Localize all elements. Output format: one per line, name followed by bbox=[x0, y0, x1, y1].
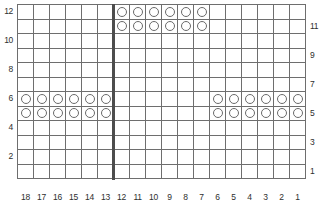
yarn-over-circle-icon bbox=[53, 108, 63, 118]
cell-row6-st7[interactable] bbox=[194, 92, 209, 106]
cell-row1-st15[interactable] bbox=[66, 165, 81, 179]
cell-row10-st15[interactable] bbox=[66, 34, 81, 48]
cell-row6-st12[interactable] bbox=[114, 92, 129, 106]
cell-row12-st8[interactable] bbox=[178, 5, 193, 19]
cell-row1-st12[interactable] bbox=[114, 165, 129, 179]
cell-row5-st5[interactable] bbox=[226, 107, 241, 121]
cell-row2-st17[interactable] bbox=[34, 150, 49, 164]
cell-row4-st15[interactable] bbox=[66, 121, 81, 135]
cell-row2-st7[interactable] bbox=[194, 150, 209, 164]
row-label-11: 11 bbox=[310, 21, 321, 31]
cell-row10-st2[interactable] bbox=[274, 34, 289, 48]
cell-row8-st8[interactable] bbox=[178, 63, 193, 77]
cell-row12-st10[interactable] bbox=[146, 5, 161, 19]
cell-row10-st18[interactable] bbox=[18, 34, 33, 48]
yarn-over-circle-icon bbox=[117, 7, 127, 17]
yarn-over-circle-icon bbox=[213, 94, 223, 104]
stitch-label-9: 9 bbox=[162, 192, 178, 202]
cell-row9-st18[interactable] bbox=[18, 49, 33, 63]
cell-row5-st11[interactable] bbox=[130, 107, 145, 121]
cell-row11-st6[interactable] bbox=[210, 20, 225, 34]
cell-row10-st16[interactable] bbox=[50, 34, 65, 48]
cell-row3-st6[interactable] bbox=[210, 136, 225, 150]
cell-row10-st3[interactable] bbox=[258, 34, 273, 48]
yarn-over-circle-icon bbox=[85, 108, 95, 118]
yarn-over-circle-icon bbox=[277, 94, 287, 104]
cell-row2-st5[interactable] bbox=[226, 150, 241, 164]
cell-row7-st1[interactable] bbox=[290, 78, 305, 92]
cell-row7-st7[interactable] bbox=[194, 78, 209, 92]
cell-row7-st2[interactable] bbox=[274, 78, 289, 92]
cell-row10-st10[interactable] bbox=[146, 34, 161, 48]
cell-row5-st2[interactable] bbox=[274, 107, 289, 121]
pattern-repeat-separator-line bbox=[112, 4, 115, 180]
cell-row11-st17[interactable] bbox=[34, 20, 49, 34]
cell-row5-st10[interactable] bbox=[146, 107, 161, 121]
cell-row10-st4[interactable] bbox=[242, 34, 257, 48]
row-label-2: 2 bbox=[0, 151, 13, 161]
cell-row8-st14[interactable] bbox=[82, 63, 97, 77]
cell-row4-st8[interactable] bbox=[178, 121, 193, 135]
stitch-label-11: 11 bbox=[130, 192, 146, 202]
cell-row1-st10[interactable] bbox=[146, 165, 161, 179]
cell-row3-st15[interactable] bbox=[66, 136, 81, 150]
cell-row7-st9[interactable] bbox=[162, 78, 177, 92]
yarn-over-circle-icon bbox=[165, 21, 175, 31]
cell-row6-st11[interactable] bbox=[130, 92, 145, 106]
cell-row11-st12[interactable] bbox=[114, 20, 129, 34]
cell-row11-st8[interactable] bbox=[178, 20, 193, 34]
cell-row7-st8[interactable] bbox=[178, 78, 193, 92]
cell-row9-st10[interactable] bbox=[146, 49, 161, 63]
cell-row7-st5[interactable] bbox=[226, 78, 241, 92]
cell-row6-st10[interactable] bbox=[146, 92, 161, 106]
cell-row8-st17[interactable] bbox=[34, 63, 49, 77]
cell-row11-st1[interactable] bbox=[290, 20, 305, 34]
cell-row11-st16[interactable] bbox=[50, 20, 65, 34]
cell-row4-st13[interactable] bbox=[98, 121, 113, 135]
stitch-label-3: 3 bbox=[258, 192, 274, 202]
yarn-over-circle-icon bbox=[133, 21, 143, 31]
cell-row9-st4[interactable] bbox=[242, 49, 257, 63]
cell-row8-st5[interactable] bbox=[226, 63, 241, 77]
yarn-over-circle-icon bbox=[181, 7, 191, 17]
cell-row12-st11[interactable] bbox=[130, 5, 145, 19]
cell-row12-st2[interactable] bbox=[274, 5, 289, 19]
cell-row7-st4[interactable] bbox=[242, 78, 257, 92]
stitch-label-7: 7 bbox=[194, 192, 210, 202]
cell-row10-st11[interactable] bbox=[130, 34, 145, 48]
cell-row2-st13[interactable] bbox=[98, 150, 113, 164]
cell-row6-st9[interactable] bbox=[162, 92, 177, 106]
cell-row8-st9[interactable] bbox=[162, 63, 177, 77]
cell-row9-st9[interactable] bbox=[162, 49, 177, 63]
cell-row3-st13[interactable] bbox=[98, 136, 113, 150]
cell-row12-st3[interactable] bbox=[258, 5, 273, 19]
cell-row1-st18[interactable] bbox=[18, 165, 33, 179]
stitch-label-15: 15 bbox=[66, 192, 82, 202]
stitch-label-2: 2 bbox=[274, 192, 290, 202]
cell-row7-st18[interactable] bbox=[18, 78, 33, 92]
cell-row5-st17[interactable] bbox=[34, 107, 49, 121]
cell-row3-st4[interactable] bbox=[242, 136, 257, 150]
yarn-over-circle-icon bbox=[101, 94, 111, 104]
cell-row12-st17[interactable] bbox=[34, 5, 49, 19]
cell-row4-st17[interactable] bbox=[34, 121, 49, 135]
cell-row4-st9[interactable] bbox=[162, 121, 177, 135]
cell-row12-st12[interactable] bbox=[114, 5, 129, 19]
cell-row11-st14[interactable] bbox=[82, 20, 97, 34]
cell-row6-st18[interactable] bbox=[18, 92, 33, 106]
cell-row12-st7[interactable] bbox=[194, 5, 209, 19]
row-label-7: 7 bbox=[310, 79, 321, 89]
cell-row2-st18[interactable] bbox=[18, 150, 33, 164]
yarn-over-circle-icon bbox=[101, 108, 111, 118]
cell-row7-st13[interactable] bbox=[98, 78, 113, 92]
cell-row10-st6[interactable] bbox=[210, 34, 225, 48]
cell-row6-st14[interactable] bbox=[82, 92, 97, 106]
cell-row11-st18[interactable] bbox=[18, 20, 33, 34]
stitch-label-8: 8 bbox=[178, 192, 194, 202]
cell-row3-st3[interactable] bbox=[258, 136, 273, 150]
cell-row7-st10[interactable] bbox=[146, 78, 161, 92]
cell-row3-st11[interactable] bbox=[130, 136, 145, 150]
yarn-over-circle-icon bbox=[133, 7, 143, 17]
cell-row3-st17[interactable] bbox=[34, 136, 49, 150]
cell-row5-st1[interactable] bbox=[290, 107, 305, 121]
cell-row8-st2[interactable] bbox=[274, 63, 289, 77]
cell-row7-st6[interactable] bbox=[210, 78, 225, 92]
cell-row6-st3[interactable] bbox=[258, 92, 273, 106]
cell-row8-st1[interactable] bbox=[290, 63, 305, 77]
stitch-label-10: 10 bbox=[146, 192, 162, 202]
cell-row12-st6[interactable] bbox=[210, 5, 225, 19]
cell-row11-st11[interactable] bbox=[130, 20, 145, 34]
cell-row9-st13[interactable] bbox=[98, 49, 113, 63]
cell-row6-st2[interactable] bbox=[274, 92, 289, 106]
yarn-over-circle-icon bbox=[261, 94, 271, 104]
cell-row8-st18[interactable] bbox=[18, 63, 33, 77]
stitch-label-16: 16 bbox=[50, 192, 66, 202]
cell-row3-st12[interactable] bbox=[114, 136, 129, 150]
chart-grid bbox=[17, 4, 306, 179]
cell-row11-st15[interactable] bbox=[66, 20, 81, 34]
cell-row11-st10[interactable] bbox=[146, 20, 161, 34]
cell-row4-st14[interactable] bbox=[82, 121, 97, 135]
stitch-label-4: 4 bbox=[242, 192, 258, 202]
cell-row9-st3[interactable] bbox=[258, 49, 273, 63]
yarn-over-circle-icon bbox=[85, 94, 95, 104]
cell-row11-st9[interactable] bbox=[162, 20, 177, 34]
row-label-4: 4 bbox=[0, 122, 13, 132]
cell-row3-st5[interactable] bbox=[226, 136, 241, 150]
cell-row1-st5[interactable] bbox=[226, 165, 241, 179]
cell-row9-st16[interactable] bbox=[50, 49, 65, 63]
row-label-5: 5 bbox=[310, 108, 321, 118]
cell-row5-st6[interactable] bbox=[210, 107, 225, 121]
cell-row2-st12[interactable] bbox=[114, 150, 129, 164]
cell-row9-st11[interactable] bbox=[130, 49, 145, 63]
cell-row4-st12[interactable] bbox=[114, 121, 129, 135]
cell-row5-st12[interactable] bbox=[114, 107, 129, 121]
yarn-over-circle-icon bbox=[53, 94, 63, 104]
yarn-over-circle-icon bbox=[69, 108, 79, 118]
cell-row4-st4[interactable] bbox=[242, 121, 257, 135]
yarn-over-circle-icon bbox=[213, 108, 223, 118]
stitch-label-13: 13 bbox=[98, 192, 114, 202]
stitch-label-12: 12 bbox=[114, 192, 130, 202]
cell-row5-st16[interactable] bbox=[50, 107, 65, 121]
cell-row2-st9[interactable] bbox=[162, 150, 177, 164]
cell-row1-st11[interactable] bbox=[130, 165, 145, 179]
cell-row3-st8[interactable] bbox=[178, 136, 193, 150]
cell-row2-st3[interactable] bbox=[258, 150, 273, 164]
cell-row1-st4[interactable] bbox=[242, 165, 257, 179]
cell-row6-st4[interactable] bbox=[242, 92, 257, 106]
row-label-10: 10 bbox=[0, 35, 13, 45]
yarn-over-circle-icon bbox=[181, 21, 191, 31]
cell-row1-st16[interactable] bbox=[50, 165, 65, 179]
cell-row5-st3[interactable] bbox=[258, 107, 273, 121]
cell-row12-st18[interactable] bbox=[18, 5, 33, 19]
cell-row11-st5[interactable] bbox=[226, 20, 241, 34]
row-label-3: 3 bbox=[310, 137, 321, 147]
cell-row2-st10[interactable] bbox=[146, 150, 161, 164]
row-label-8: 8 bbox=[0, 64, 13, 74]
yarn-over-circle-icon bbox=[293, 108, 303, 118]
cell-row7-st11[interactable] bbox=[130, 78, 145, 92]
cell-row9-st1[interactable] bbox=[290, 49, 305, 63]
stitch-label-17: 17 bbox=[34, 192, 50, 202]
cell-row6-st6[interactable] bbox=[210, 92, 225, 106]
knitting-chart: 12108642 1197531 18171615141312111098765… bbox=[0, 0, 321, 210]
cell-row12-st4[interactable] bbox=[242, 5, 257, 19]
cell-row7-st15[interactable] bbox=[66, 78, 81, 92]
cell-row11-st3[interactable] bbox=[258, 20, 273, 34]
cell-row2-st15[interactable] bbox=[66, 150, 81, 164]
cell-row5-st13[interactable] bbox=[98, 107, 113, 121]
yarn-over-circle-icon bbox=[37, 94, 47, 104]
cell-row5-st8[interactable] bbox=[178, 107, 193, 121]
cell-row5-st9[interactable] bbox=[162, 107, 177, 121]
cell-row3-st10[interactable] bbox=[146, 136, 161, 150]
cell-row1-st8[interactable] bbox=[178, 165, 193, 179]
yarn-over-circle-icon bbox=[21, 108, 31, 118]
cell-row4-st6[interactable] bbox=[210, 121, 225, 135]
row-label-9: 9 bbox=[310, 50, 321, 60]
stitch-label-14: 14 bbox=[82, 192, 98, 202]
cell-row4-st3[interactable] bbox=[258, 121, 273, 135]
cell-row4-st5[interactable] bbox=[226, 121, 241, 135]
cell-row2-st8[interactable] bbox=[178, 150, 193, 164]
cell-row6-st15[interactable] bbox=[66, 92, 81, 106]
cell-row10-st13[interactable] bbox=[98, 34, 113, 48]
cell-row3-st18[interactable] bbox=[18, 136, 33, 150]
cell-row9-st5[interactable] bbox=[226, 49, 241, 63]
cell-row9-st7[interactable] bbox=[194, 49, 209, 63]
cell-row4-st16[interactable] bbox=[50, 121, 65, 135]
cell-row12-st1[interactable] bbox=[290, 5, 305, 19]
cell-row1-st2[interactable] bbox=[274, 165, 289, 179]
cell-row10-st17[interactable] bbox=[34, 34, 49, 48]
stitch-label-18: 18 bbox=[18, 192, 34, 202]
yarn-over-circle-icon bbox=[37, 108, 47, 118]
yarn-over-circle-icon bbox=[197, 21, 207, 31]
cell-row2-st14[interactable] bbox=[82, 150, 97, 164]
yarn-over-circle-icon bbox=[69, 94, 79, 104]
cell-row2-st11[interactable] bbox=[130, 150, 145, 164]
cell-row8-st13[interactable] bbox=[98, 63, 113, 77]
cell-row6-st13[interactable] bbox=[98, 92, 113, 106]
cell-row2-st2[interactable] bbox=[274, 150, 289, 164]
cell-row8-st10[interactable] bbox=[146, 63, 161, 77]
cell-row12-st15[interactable] bbox=[66, 5, 81, 19]
cell-row9-st8[interactable] bbox=[178, 49, 193, 63]
cell-row11-st7[interactable] bbox=[194, 20, 209, 34]
cell-row10-st7[interactable] bbox=[194, 34, 209, 48]
cell-row10-st1[interactable] bbox=[290, 34, 305, 48]
cell-row7-st3[interactable] bbox=[258, 78, 273, 92]
yarn-over-circle-icon bbox=[229, 108, 239, 118]
row-label-1: 1 bbox=[310, 166, 321, 176]
cell-row2-st16[interactable] bbox=[50, 150, 65, 164]
yarn-over-circle-icon bbox=[197, 7, 207, 17]
cell-row4-st1[interactable] bbox=[290, 121, 305, 135]
cell-row3-st1[interactable] bbox=[290, 136, 305, 150]
cell-row9-st12[interactable] bbox=[114, 49, 129, 63]
cell-row4-st7[interactable] bbox=[194, 121, 209, 135]
cell-row3-st7[interactable] bbox=[194, 136, 209, 150]
cell-row10-st9[interactable] bbox=[162, 34, 177, 48]
cell-row9-st2[interactable] bbox=[274, 49, 289, 63]
cell-row1-st1[interactable] bbox=[290, 165, 305, 179]
cell-row3-st14[interactable] bbox=[82, 136, 97, 150]
stitch-label-5: 5 bbox=[226, 192, 242, 202]
cell-row10-st5[interactable] bbox=[226, 34, 241, 48]
cell-row8-st7[interactable] bbox=[194, 63, 209, 77]
cell-row6-st16[interactable] bbox=[50, 92, 65, 106]
cell-row1-st9[interactable] bbox=[162, 165, 177, 179]
cell-row6-st5[interactable] bbox=[226, 92, 241, 106]
cell-row1-st6[interactable] bbox=[210, 165, 225, 179]
yarn-over-circle-icon bbox=[261, 108, 271, 118]
cell-row8-st11[interactable] bbox=[130, 63, 145, 77]
yarn-over-circle-icon bbox=[149, 21, 159, 31]
cell-row4-st11[interactable] bbox=[130, 121, 145, 135]
cell-row12-st16[interactable] bbox=[50, 5, 65, 19]
cell-row1-st13[interactable] bbox=[98, 165, 113, 179]
cell-row8-st16[interactable] bbox=[50, 63, 65, 77]
cell-row1-st14[interactable] bbox=[82, 165, 97, 179]
yarn-over-circle-icon bbox=[229, 94, 239, 104]
cell-row5-st7[interactable] bbox=[194, 107, 209, 121]
row-label-6: 6 bbox=[0, 93, 13, 103]
cell-row8-st15[interactable] bbox=[66, 63, 81, 77]
cell-row5-st15[interactable] bbox=[66, 107, 81, 121]
cell-row1-st17[interactable] bbox=[34, 165, 49, 179]
cell-row5-st18[interactable] bbox=[18, 107, 33, 121]
cell-row12-st13[interactable] bbox=[98, 5, 113, 19]
cell-row10-st8[interactable] bbox=[178, 34, 193, 48]
cell-row3-st16[interactable] bbox=[50, 136, 65, 150]
yarn-over-circle-icon bbox=[245, 108, 255, 118]
yarn-over-circle-icon bbox=[277, 108, 287, 118]
cell-row7-st16[interactable] bbox=[50, 78, 65, 92]
cell-row2-st1[interactable] bbox=[290, 150, 305, 164]
yarn-over-circle-icon bbox=[21, 94, 31, 104]
cell-row7-st12[interactable] bbox=[114, 78, 129, 92]
cell-row1-st3[interactable] bbox=[258, 165, 273, 179]
cell-row11-st4[interactable] bbox=[242, 20, 257, 34]
cell-row5-st4[interactable] bbox=[242, 107, 257, 121]
yarn-over-circle-icon bbox=[165, 7, 175, 17]
cell-row1-st7[interactable] bbox=[194, 165, 209, 179]
cell-row3-st2[interactable] bbox=[274, 136, 289, 150]
cell-row8-st3[interactable] bbox=[258, 63, 273, 77]
cell-row12-st9[interactable] bbox=[162, 5, 177, 19]
cell-row4-st10[interactable] bbox=[146, 121, 161, 135]
cell-row12-st5[interactable] bbox=[226, 5, 241, 19]
yarn-over-circle-icon bbox=[293, 94, 303, 104]
cell-row10-st14[interactable] bbox=[82, 34, 97, 48]
stitch-label-1: 1 bbox=[290, 192, 306, 202]
cell-row9-st15[interactable] bbox=[66, 49, 81, 63]
cell-row8-st6[interactable] bbox=[210, 63, 225, 77]
cell-row4-st2[interactable] bbox=[274, 121, 289, 135]
row-label-12: 12 bbox=[0, 6, 13, 16]
yarn-over-circle-icon bbox=[245, 94, 255, 104]
cell-row6-st17[interactable] bbox=[34, 92, 49, 106]
cell-row2-st4[interactable] bbox=[242, 150, 257, 164]
yarn-over-circle-icon bbox=[117, 21, 127, 31]
cell-row3-st9[interactable] bbox=[162, 136, 177, 150]
cell-row5-st14[interactable] bbox=[82, 107, 97, 121]
cell-row7-st14[interactable] bbox=[82, 78, 97, 92]
cell-row9-st6[interactable] bbox=[210, 49, 225, 63]
cell-row12-st14[interactable] bbox=[82, 5, 97, 19]
cell-row9-st17[interactable] bbox=[34, 49, 49, 63]
cell-row6-st8[interactable] bbox=[178, 92, 193, 106]
cell-row9-st14[interactable] bbox=[82, 49, 97, 63]
cell-row10-st12[interactable] bbox=[114, 34, 129, 48]
stitch-label-6: 6 bbox=[210, 192, 226, 202]
cell-row8-st4[interactable] bbox=[242, 63, 257, 77]
cell-row7-st17[interactable] bbox=[34, 78, 49, 92]
cell-row11-st13[interactable] bbox=[98, 20, 113, 34]
yarn-over-circle-icon bbox=[149, 7, 159, 17]
cell-row8-st12[interactable] bbox=[114, 63, 129, 77]
cell-row4-st18[interactable] bbox=[18, 121, 33, 135]
cell-row2-st6[interactable] bbox=[210, 150, 225, 164]
cell-row6-st1[interactable] bbox=[290, 92, 305, 106]
cell-row11-st2[interactable] bbox=[274, 20, 289, 34]
